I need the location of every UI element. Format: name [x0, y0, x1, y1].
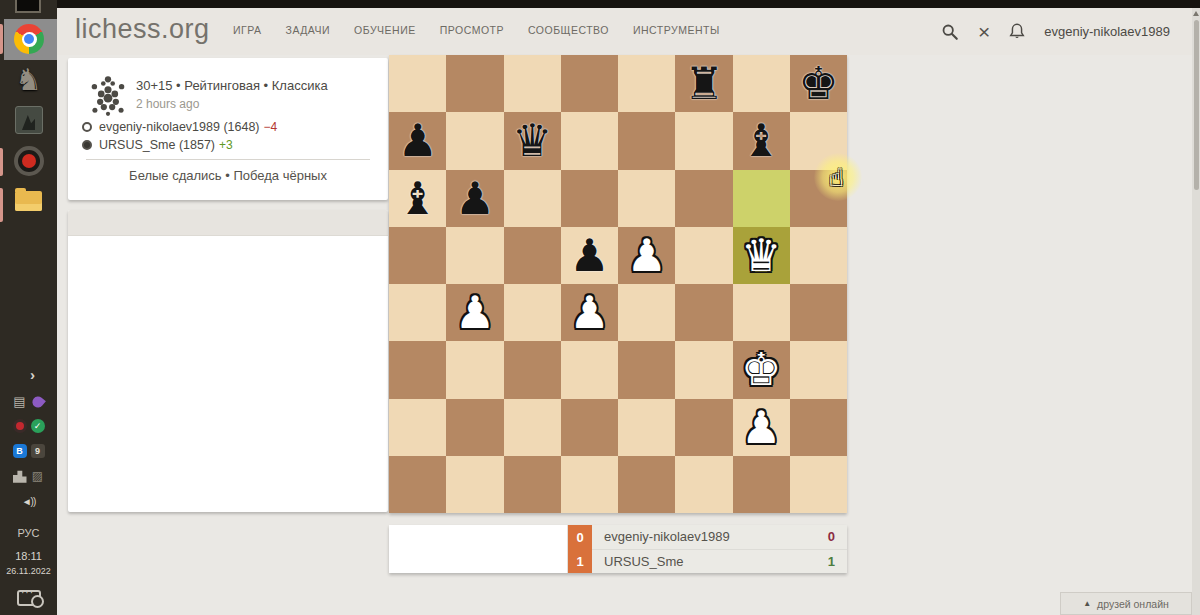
square-b4[interactable]: ♟	[446, 284, 503, 341]
top-nav: lichess.org ИГРАЗАДАЧИОБУЧЕНИЕПРОСМОТРСО…	[57, 8, 1200, 55]
move-badge-0[interactable]: 0	[568, 525, 592, 549]
square-d2[interactable]	[561, 399, 618, 456]
square-d6[interactable]	[561, 170, 618, 227]
secondary-panel-header	[68, 210, 388, 236]
grid-tray-icon[interactable]: ▤	[13, 395, 27, 409]
tray-row-2: ✓	[0, 416, 57, 434]
game-info-panel: 30+15 • Рейтинговая • Классика 2 hours a…	[68, 58, 388, 200]
friends-online-label: друзей онлайн	[1097, 598, 1169, 610]
square-a7[interactable]: ♟	[389, 112, 446, 169]
scrollbar-thumb[interactable]	[1194, 20, 1199, 190]
played-ago-label: 2 hours ago	[136, 97, 199, 111]
square-d4[interactable]: ♟	[561, 284, 618, 341]
bluetooth-tray-icon[interactable]: B	[13, 444, 27, 458]
square-b5[interactable]	[446, 227, 503, 284]
file-manager-icon[interactable]	[15, 191, 42, 211]
move-list-area[interactable]	[389, 525, 568, 573]
chess-board: ♜♚♟♛♝♝♟♟♟♛♟♟♚♟	[389, 55, 847, 513]
clock-date: 26.11.2022	[0, 566, 57, 576]
black-bishop: ♝	[397, 176, 437, 221]
tray-row-4: ▨	[0, 466, 57, 484]
player-name-rating: URSUS_Sme (1857)	[99, 138, 215, 152]
square-d3[interactable]	[561, 341, 618, 398]
square-g3[interactable]: ♚	[733, 341, 790, 398]
white-pawn: ♟	[455, 290, 495, 335]
nav-item-5[interactable]: ИНСТРУМЕНТЫ	[633, 24, 720, 36]
tray-row-3: B9	[0, 441, 57, 459]
lichess-logo[interactable]: lichess.org	[75, 14, 210, 45]
score-value: 1	[828, 554, 835, 569]
keyboard-layout-label[interactable]: РУС	[0, 527, 57, 539]
square-c5[interactable]	[504, 227, 561, 284]
square-c4[interactable]	[504, 284, 561, 341]
black-color-dot-icon	[82, 140, 92, 150]
challenge-cross-icon[interactable]: ×	[978, 21, 990, 42]
notification-bell-icon[interactable]	[1009, 23, 1025, 40]
black-bishop: ♝	[741, 118, 781, 163]
secondary-panel	[68, 210, 388, 512]
square-f7[interactable]	[675, 112, 732, 169]
score-player-name: evgeniy-nikolaev1989	[604, 529, 828, 544]
square-c1[interactable]	[504, 456, 561, 513]
square-f3[interactable]	[675, 341, 732, 398]
badge-9-tray-icon[interactable]: 9	[31, 444, 45, 458]
cutoff-window-icon[interactable]	[15, 0, 41, 13]
square-f5[interactable]	[675, 227, 732, 284]
scrollbar[interactable]	[1192, 8, 1200, 615]
nav-item-2[interactable]: ОБУЧЕНИЕ	[354, 24, 416, 36]
square-f1[interactable]	[675, 456, 732, 513]
feather-tray-icon[interactable]	[30, 394, 46, 410]
square-f4[interactable]	[675, 284, 732, 341]
taskbar: ♞ › ▤ ✓ B9 ▨ ◄)) РУС 18:11 26.11.2022	[0, 0, 57, 615]
square-f6[interactable]	[675, 170, 732, 227]
photo-app-icon[interactable]	[15, 106, 43, 134]
friends-arrow-icon: ▲	[1083, 599, 1091, 608]
lichess-page: lichess.org ИГРАЗАДАЧИОБУЧЕНИЕПРОСМОТРСО…	[57, 8, 1200, 615]
square-b6[interactable]: ♟	[446, 170, 503, 227]
clock-time: 18:11	[0, 550, 57, 562]
rating-delta: −4	[264, 120, 278, 134]
black-king: ♚	[798, 61, 838, 106]
folder-app-indicator	[0, 188, 3, 222]
players-list: evgeniy-nikolaev1989 (1648)−4URSUS_Sme (…	[82, 118, 277, 154]
square-c8[interactable]	[504, 55, 561, 112]
scrollbar-up-arrow[interactable]	[1193, 11, 1199, 16]
mouse-hand-cursor: ☝	[829, 164, 844, 192]
tray-row-1: ▤	[0, 392, 57, 410]
square-b8[interactable]	[446, 55, 503, 112]
chess-app-icon[interactable]: ♞	[0, 62, 57, 97]
square-a2[interactable]	[389, 399, 446, 456]
score-row-1[interactable]: URSUS_Sme1	[592, 549, 847, 574]
square-e3[interactable]	[618, 341, 675, 398]
antivirus-check-tray-icon[interactable]: ✓	[31, 419, 45, 433]
square-c2[interactable]	[504, 399, 561, 456]
main-menu: ИГРАЗАДАЧИОБУЧЕНИЕПРОСМОТРСООБЩЕСТВОИНСТ…	[233, 24, 720, 36]
tray-row-5: ◄))	[0, 491, 57, 509]
search-icon[interactable]	[941, 23, 959, 41]
score-row-0[interactable]: evgeniy-nikolaev19890	[592, 525, 847, 549]
black-rook: ♜	[684, 61, 724, 106]
white-king: ♚	[741, 347, 781, 392]
square-e4[interactable]	[618, 284, 675, 341]
score-badge-column: 01	[568, 525, 592, 573]
window-top-edge	[0, 0, 1200, 8]
square-a8[interactable]	[389, 55, 446, 112]
square-d8[interactable]	[561, 55, 618, 112]
move-badge-1[interactable]: 1	[568, 549, 592, 573]
square-c6[interactable]	[504, 170, 561, 227]
square-f8[interactable]: ♜	[675, 55, 732, 112]
score-value: 0	[828, 529, 835, 544]
bar-chart-tray-icon[interactable]	[13, 469, 27, 483]
square-e5[interactable]: ♟	[618, 227, 675, 284]
tray-expand-chevron-icon[interactable]: ›	[30, 366, 35, 383]
classical-turtle-icon	[85, 72, 131, 118]
square-e1[interactable]	[618, 456, 675, 513]
username[interactable]: evgeniy-nikolaev1989	[1044, 24, 1170, 39]
square-h8[interactable]: ♚	[790, 55, 847, 112]
black-pawn: ♟	[455, 176, 495, 221]
square-a6[interactable]: ♝	[389, 170, 446, 227]
square-g8[interactable]	[733, 55, 790, 112]
input-method-icon[interactable]	[17, 590, 41, 606]
rating-delta: +3	[219, 138, 233, 152]
white-pawn: ♟	[741, 405, 781, 450]
square-a1[interactable]	[389, 456, 446, 513]
player-row-black[interactable]: URSUS_Sme (1857)+3	[82, 136, 277, 154]
black-queen: ♛	[512, 118, 552, 163]
square-a3[interactable]	[389, 341, 446, 398]
nav-item-0[interactable]: ИГРА	[233, 24, 262, 36]
nav-right: × evgeniy-nikolaev1989	[941, 8, 1170, 55]
white-queen: ♛	[741, 233, 781, 278]
square-g1[interactable]	[733, 456, 790, 513]
square-c3[interactable]	[504, 341, 561, 398]
player-row-white[interactable]: evgeniy-nikolaev1989 (1648)−4	[82, 118, 277, 136]
chrome-icon[interactable]	[14, 24, 44, 54]
nav-item-3[interactable]: ПРОСМОТР	[440, 24, 504, 36]
square-b2[interactable]	[446, 399, 503, 456]
square-b1[interactable]	[446, 456, 503, 513]
square-g6[interactable]	[733, 170, 790, 227]
square-f2[interactable]	[675, 399, 732, 456]
square-g5[interactable]: ♛	[733, 227, 790, 284]
square-c7[interactable]: ♛	[504, 112, 561, 169]
square-a5[interactable]	[389, 227, 446, 284]
score-player-name: URSUS_Sme	[604, 554, 828, 569]
friends-online-bar[interactable]: ▲ друзей онлайн	[1060, 592, 1192, 615]
player-name-rating: evgeniy-nikolaev1989 (1648)	[99, 120, 260, 134]
square-g4[interactable]	[733, 284, 790, 341]
black-pawn: ♟	[569, 233, 609, 278]
square-h2[interactable]	[790, 399, 847, 456]
square-d7[interactable]	[561, 112, 618, 169]
game-result-label: Белые сдались • Победа чёрных	[68, 168, 388, 183]
network-tray-icon[interactable]: ▨	[31, 469, 45, 483]
square-b7[interactable]	[446, 112, 503, 169]
square-g7[interactable]: ♝	[733, 112, 790, 169]
square-h1[interactable]	[790, 456, 847, 513]
screen: ♞ › ▤ ✓ B9 ▨ ◄)) РУС 18:11 26.11.2022 li…	[0, 0, 1200, 615]
square-h3[interactable]	[790, 341, 847, 398]
square-d1[interactable]	[561, 456, 618, 513]
nav-item-1[interactable]: ЗАДАЧИ	[286, 24, 331, 36]
score-rows: evgeniy-nikolaev19890URSUS_Sme1	[592, 525, 847, 573]
time-control-label: 30+15 • Рейтинговая • Классика	[136, 78, 328, 93]
square-e2[interactable]	[618, 399, 675, 456]
square-b3[interactable]	[446, 341, 503, 398]
white-pawn: ♟	[569, 290, 609, 335]
square-e6[interactable]	[618, 170, 675, 227]
record-app-indicator	[0, 148, 3, 176]
square-a4[interactable]	[389, 284, 446, 341]
volume-icon[interactable]: ◄))	[22, 496, 36, 507]
white-pawn: ♟	[626, 233, 666, 278]
white-color-dot-icon	[82, 122, 92, 132]
square-e8[interactable]	[618, 55, 675, 112]
score-panel: 01 evgeniy-nikolaev19890URSUS_Sme1	[389, 525, 847, 573]
recording-tray-icon[interactable]	[13, 419, 27, 433]
divider	[86, 159, 370, 160]
square-g2[interactable]: ♟	[733, 399, 790, 456]
nav-item-4[interactable]: СООБЩЕСТВО	[528, 24, 609, 36]
screen-record-icon[interactable]	[14, 146, 44, 176]
black-pawn: ♟	[397, 118, 437, 163]
square-h4[interactable]	[790, 284, 847, 341]
square-e7[interactable]	[618, 112, 675, 169]
square-h5[interactable]	[790, 227, 847, 284]
square-d5[interactable]: ♟	[561, 227, 618, 284]
active-app-indicator	[0, 24, 3, 54]
